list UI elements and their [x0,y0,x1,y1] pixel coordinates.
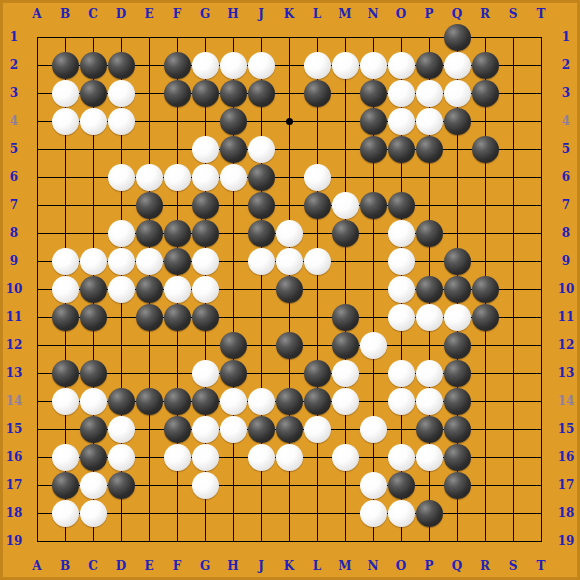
stone-black-N5 [360,136,387,163]
stone-white-C18 [80,500,107,527]
row-label-left-2: 2 [3,58,25,72]
stone-black-F3 [164,80,191,107]
stone-black-N7 [360,192,387,219]
row-label-left-1: 1 [3,30,25,44]
stone-white-G10 [192,276,219,303]
col-label-bottom-E: E [138,559,160,573]
col-label-top-C: C [82,7,104,21]
stone-black-J6 [248,164,275,191]
row-label-left-18: 18 [3,506,25,520]
stone-white-P4 [416,108,443,135]
stone-white-F16 [164,444,191,471]
stone-white-C14 [80,388,107,415]
stone-white-D6 [108,164,135,191]
stone-white-D4 [108,108,135,135]
stone-white-O3 [388,80,415,107]
row-label-left-8: 8 [3,226,25,240]
stone-black-O17 [388,472,415,499]
row-label-right-13: 13 [555,366,577,380]
stone-black-P15 [416,416,443,443]
col-label-bottom-B: B [54,559,76,573]
stone-white-J14 [248,388,275,415]
stone-black-K12 [276,332,303,359]
stone-white-B3 [52,80,79,107]
stone-black-F15 [164,416,191,443]
row-label-right-12: 12 [555,338,577,352]
stone-white-J5 [248,136,275,163]
stone-white-N15 [360,416,387,443]
stone-black-F14 [164,388,191,415]
stone-white-G13 [192,360,219,387]
row-label-right-1: 1 [555,30,577,44]
col-label-bottom-N: N [362,559,384,573]
stone-white-O16 [388,444,415,471]
stone-white-D8 [108,220,135,247]
stone-white-M2 [332,52,359,79]
stone-white-O2 [388,52,415,79]
stone-black-B11 [52,304,79,331]
row-label-left-7: 7 [3,198,25,212]
stone-black-L7 [304,192,331,219]
row-label-right-11: 11 [555,310,577,324]
col-label-top-R: R [474,7,496,21]
stone-white-C17 [80,472,107,499]
stone-black-Q13 [444,360,471,387]
stone-black-Q15 [444,416,471,443]
row-label-left-9: 9 [3,254,25,268]
stone-white-G6 [192,164,219,191]
stone-white-G5 [192,136,219,163]
stone-black-H13 [220,360,247,387]
stone-black-Q16 [444,444,471,471]
row-label-right-10: 10 [555,282,577,296]
stone-black-G7 [192,192,219,219]
row-label-right-3: 3 [555,86,577,100]
stone-white-M7 [332,192,359,219]
col-label-bottom-K: K [278,559,300,573]
row-label-left-6: 6 [3,170,25,184]
stone-white-G9 [192,248,219,275]
stone-white-J9 [248,248,275,275]
stone-black-D2 [108,52,135,79]
stone-black-H5 [220,136,247,163]
stone-white-E9 [136,248,163,275]
stone-black-P10 [416,276,443,303]
row-label-right-15: 15 [555,422,577,436]
stone-black-F8 [164,220,191,247]
stone-white-J16 [248,444,275,471]
col-label-bottom-L: L [306,559,328,573]
stone-white-D15 [108,416,135,443]
col-label-top-Q: Q [446,7,468,21]
col-label-bottom-C: C [82,559,104,573]
stone-black-H4 [220,108,247,135]
stone-black-E11 [136,304,163,331]
stone-white-B16 [52,444,79,471]
stone-white-D3 [108,80,135,107]
col-label-bottom-D: D [110,559,132,573]
stone-white-B18 [52,500,79,527]
stone-black-P18 [416,500,443,527]
go-board[interactable]: AABBCCDDEEFFGGHHJJKKLLMMNNOOPPQQRRSSTT11… [0,0,580,580]
stone-black-J8 [248,220,275,247]
stone-white-P14 [416,388,443,415]
col-label-top-S: S [502,7,524,21]
stone-black-M12 [332,332,359,359]
stone-white-G16 [192,444,219,471]
stone-white-G15 [192,416,219,443]
stone-black-J3 [248,80,275,107]
stone-white-N2 [360,52,387,79]
row-label-left-16: 16 [3,450,25,464]
row-label-left-15: 15 [3,422,25,436]
row-label-left-12: 12 [3,338,25,352]
row-label-left-13: 13 [3,366,25,380]
stone-white-M14 [332,388,359,415]
row-label-right-19: 19 [555,534,577,548]
stone-white-O4 [388,108,415,135]
stone-black-P8 [416,220,443,247]
stone-white-H15 [220,416,247,443]
stone-black-Q14 [444,388,471,415]
row-label-right-17: 17 [555,478,577,492]
stone-black-D14 [108,388,135,415]
stone-black-O7 [388,192,415,219]
col-label-bottom-Q: Q [446,559,468,573]
col-label-bottom-A: A [26,559,48,573]
stone-black-B13 [52,360,79,387]
stone-black-O5 [388,136,415,163]
stone-white-O9 [388,248,415,275]
stone-white-C9 [80,248,107,275]
stone-black-R2 [472,52,499,79]
col-label-top-P: P [418,7,440,21]
col-label-top-K: K [278,7,300,21]
row-label-right-4: 4 [555,114,577,128]
row-label-right-14: 14 [555,394,577,408]
stone-black-M11 [332,304,359,331]
stone-black-R10 [472,276,499,303]
row-label-right-16: 16 [555,450,577,464]
col-label-bottom-H: H [222,559,244,573]
row-label-right-6: 6 [555,170,577,184]
stone-white-N18 [360,500,387,527]
col-label-top-G: G [194,7,216,21]
stone-black-Q12 [444,332,471,359]
stone-white-H14 [220,388,247,415]
stone-black-E8 [136,220,163,247]
stone-black-D17 [108,472,135,499]
col-label-top-B: B [54,7,76,21]
col-label-top-M: M [334,7,356,21]
stone-black-E7 [136,192,163,219]
col-label-top-J: J [250,7,272,21]
stone-black-C16 [80,444,107,471]
stone-white-D16 [108,444,135,471]
stone-black-Q4 [444,108,471,135]
stone-white-L2 [304,52,331,79]
stone-white-Q2 [444,52,471,79]
stone-black-C15 [80,416,107,443]
stone-white-O18 [388,500,415,527]
stone-black-R5 [472,136,499,163]
stone-black-F11 [164,304,191,331]
row-label-right-8: 8 [555,226,577,240]
stone-white-O8 [388,220,415,247]
col-label-bottom-P: P [418,559,440,573]
col-label-bottom-O: O [390,559,412,573]
stone-black-Q9 [444,248,471,275]
stone-black-K15 [276,416,303,443]
star-point-K4[interactable] [286,118,293,125]
stone-white-B10 [52,276,79,303]
stone-white-K16 [276,444,303,471]
stone-black-P2 [416,52,443,79]
row-label-left-4: 4 [3,114,25,128]
stone-black-E14 [136,388,163,415]
stone-white-Q11 [444,304,471,331]
stone-white-K8 [276,220,303,247]
stone-white-O10 [388,276,415,303]
stone-white-M13 [332,360,359,387]
col-label-bottom-G: G [194,559,216,573]
stone-black-N4 [360,108,387,135]
stone-white-B14 [52,388,79,415]
stone-black-F9 [164,248,191,275]
stone-white-P3 [416,80,443,107]
stone-black-R3 [472,80,499,107]
stone-white-F10 [164,276,191,303]
row-label-right-5: 5 [555,142,577,156]
stone-black-C11 [80,304,107,331]
stone-black-C13 [80,360,107,387]
stone-black-G8 [192,220,219,247]
stone-black-K14 [276,388,303,415]
stone-black-C2 [80,52,107,79]
stone-white-D10 [108,276,135,303]
stone-black-R11 [472,304,499,331]
stone-black-H3 [220,80,247,107]
stone-black-K10 [276,276,303,303]
row-label-right-2: 2 [555,58,577,72]
stone-white-P16 [416,444,443,471]
stone-white-L6 [304,164,331,191]
stone-black-L3 [304,80,331,107]
stone-black-N3 [360,80,387,107]
col-label-top-E: E [138,7,160,21]
row-label-left-17: 17 [3,478,25,492]
stone-black-B2 [52,52,79,79]
col-label-bottom-T: T [530,559,552,573]
col-label-bottom-S: S [502,559,524,573]
stone-white-H2 [220,52,247,79]
col-label-bottom-J: J [250,559,272,573]
stone-black-B17 [52,472,79,499]
row-label-left-11: 11 [3,310,25,324]
stone-black-J15 [248,416,275,443]
stone-white-L9 [304,248,331,275]
col-label-top-L: L [306,7,328,21]
stone-black-L13 [304,360,331,387]
row-label-left-10: 10 [3,282,25,296]
stone-black-P5 [416,136,443,163]
stone-black-G3 [192,80,219,107]
row-label-right-7: 7 [555,198,577,212]
stone-white-H6 [220,164,247,191]
stone-white-G2 [192,52,219,79]
col-label-top-D: D [110,7,132,21]
col-label-bottom-M: M [334,559,356,573]
col-label-top-N: N [362,7,384,21]
stone-black-Q10 [444,276,471,303]
stone-black-C3 [80,80,107,107]
stone-white-L15 [304,416,331,443]
stone-white-O13 [388,360,415,387]
stone-black-F2 [164,52,191,79]
stone-white-N12 [360,332,387,359]
stone-black-M8 [332,220,359,247]
stone-black-L14 [304,388,331,415]
stone-black-G14 [192,388,219,415]
stone-white-D9 [108,248,135,275]
stone-white-B9 [52,248,79,275]
stone-black-G11 [192,304,219,331]
col-label-top-A: A [26,7,48,21]
stone-black-Q1 [444,24,471,51]
col-label-top-H: H [222,7,244,21]
stone-black-E10 [136,276,163,303]
row-label-left-5: 5 [3,142,25,156]
stone-black-Q17 [444,472,471,499]
row-label-left-14: 14 [3,394,25,408]
stone-white-O11 [388,304,415,331]
col-label-top-T: T [530,7,552,21]
row-label-right-18: 18 [555,506,577,520]
stone-black-C10 [80,276,107,303]
stone-white-E6 [136,164,163,191]
stone-white-C4 [80,108,107,135]
col-label-bottom-F: F [166,559,188,573]
stone-white-K9 [276,248,303,275]
stone-white-Q3 [444,80,471,107]
stone-white-P11 [416,304,443,331]
col-label-bottom-R: R [474,559,496,573]
stone-white-P13 [416,360,443,387]
col-label-top-O: O [390,7,412,21]
stone-black-J7 [248,192,275,219]
stone-white-N17 [360,472,387,499]
stone-white-J2 [248,52,275,79]
row-label-right-9: 9 [555,254,577,268]
row-label-left-19: 19 [3,534,25,548]
stone-white-B4 [52,108,79,135]
row-label-left-3: 3 [3,86,25,100]
stone-white-G17 [192,472,219,499]
stone-white-F6 [164,164,191,191]
stone-white-M16 [332,444,359,471]
stone-white-O14 [388,388,415,415]
stone-black-H12 [220,332,247,359]
col-label-top-F: F [166,7,188,21]
